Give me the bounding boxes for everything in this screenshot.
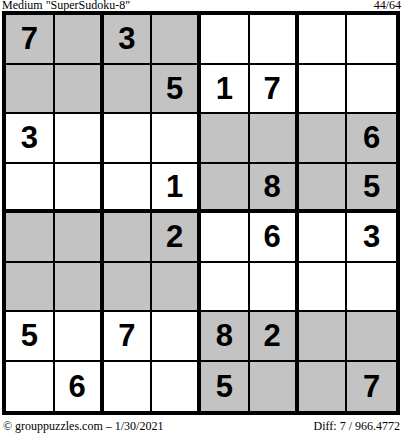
cell-r8c5: 5	[201, 362, 250, 412]
cell-r1c6	[250, 15, 299, 65]
cell-r5c1	[6, 213, 55, 263]
cell-r5c6: 6	[250, 213, 299, 263]
cell-r7c5: 8	[201, 312, 250, 362]
cell-r2c7	[299, 65, 348, 115]
cell-r2c3	[104, 65, 153, 115]
copyright-date: © grouppuzzles.com – 1/30/2021	[3, 419, 163, 434]
cell-r2c8	[347, 65, 396, 115]
cell-r4c2	[55, 164, 104, 214]
cell-r4c7	[299, 164, 348, 214]
cell-r5c4: 2	[152, 213, 201, 263]
cell-r8c1	[6, 362, 55, 412]
cell-r2c2	[55, 65, 104, 115]
cell-r8c2: 6	[55, 362, 104, 412]
cell-r7c4	[152, 312, 201, 362]
cell-r5c5	[201, 213, 250, 263]
cell-r7c8	[347, 312, 396, 362]
sudoku-board: 73517361852635782657	[2, 11, 400, 415]
cell-r3c6	[250, 114, 299, 164]
remaining-counter: 44/64	[374, 0, 401, 11]
cell-r6c1	[6, 263, 55, 313]
cell-r3c2	[55, 114, 104, 164]
puzzle-title: Medium "SuperSudoku-8"	[2, 0, 130, 11]
cell-r7c1: 5	[6, 312, 55, 362]
page-footer: © grouppuzzles.com – 1/30/2021 Diff: 7 /…	[0, 419, 403, 437]
cell-r6c4	[152, 263, 201, 313]
cell-r3c1: 3	[6, 114, 55, 164]
cell-r7c7	[299, 312, 348, 362]
cell-r6c8	[347, 263, 396, 313]
cell-r4c1	[6, 164, 55, 214]
cell-r1c7	[299, 15, 348, 65]
cell-r8c8: 7	[347, 362, 396, 412]
cell-r4c4: 1	[152, 164, 201, 214]
cell-r3c5	[201, 114, 250, 164]
difficulty-rating: Diff: 7 / 966.4772	[314, 419, 400, 434]
cell-r1c1: 7	[6, 15, 55, 65]
cell-r5c2	[55, 213, 104, 263]
cell-r4c8: 5	[347, 164, 396, 214]
cell-r2c4: 5	[152, 65, 201, 115]
cell-r6c6	[250, 263, 299, 313]
cell-r4c3	[104, 164, 153, 214]
cell-r5c3	[104, 213, 153, 263]
cell-r2c6: 7	[250, 65, 299, 115]
cell-r6c2	[55, 263, 104, 313]
cell-r6c3	[104, 263, 153, 313]
cell-r1c4	[152, 15, 201, 65]
cell-r6c7	[299, 263, 348, 313]
cell-r1c8	[347, 15, 396, 65]
page-header: Medium "SuperSudoku-8" 44/64	[0, 0, 403, 11]
cell-r7c6: 2	[250, 312, 299, 362]
cell-r3c3	[104, 114, 153, 164]
cell-r8c7	[299, 362, 348, 412]
cell-r5c8: 3	[347, 213, 396, 263]
cell-r1c3: 3	[104, 15, 153, 65]
cell-r8c4	[152, 362, 201, 412]
cell-r8c6	[250, 362, 299, 412]
cell-r8c3	[104, 362, 153, 412]
cell-r3c8: 6	[347, 114, 396, 164]
cell-r3c4	[152, 114, 201, 164]
cell-r1c2	[55, 15, 104, 65]
cell-r3c7	[299, 114, 348, 164]
cell-r6c5	[201, 263, 250, 313]
cell-r7c2	[55, 312, 104, 362]
cell-r7c3: 7	[104, 312, 153, 362]
cell-r2c1	[6, 65, 55, 115]
cell-r1c5	[201, 15, 250, 65]
cell-r5c7	[299, 213, 348, 263]
cell-r2c5: 1	[201, 65, 250, 115]
cell-r4c6: 8	[250, 164, 299, 214]
cell-r4c5	[201, 164, 250, 214]
